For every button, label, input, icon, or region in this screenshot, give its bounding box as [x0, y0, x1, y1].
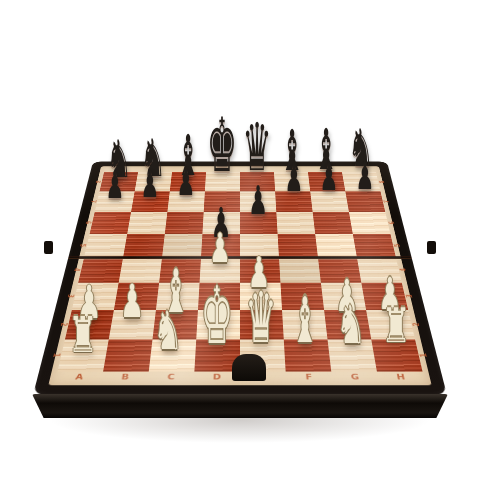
clasp-latch[interactable] [232, 354, 266, 381]
black-pawn-h7[interactable]: ♟ [356, 158, 375, 196]
white-rook-a1[interactable]: ♜ [68, 310, 98, 360]
white-pawn-d4[interactable]: ♟ [209, 228, 231, 269]
black-pawn-f7[interactable]: ♟ [285, 160, 304, 198]
black-pawn-a7[interactable]: ♟ [106, 167, 125, 205]
black-queen-e8[interactable]: ♛ [242, 114, 272, 180]
pieces-layer: ♞♞♝♚♛♝♝♞♟♟♟♟♟♟♟♟♟♟♟♟♝♟♟♜♞♚♛♝♞♜ [0, 0, 480, 480]
white-knight-g1[interactable]: ♞ [336, 298, 366, 351]
product-photo: ABCDEFGH 87654321 87654321 ♞♞♝♚♛♝♝♞♟♟♟♟♟… [0, 0, 480, 480]
black-pawn-c7[interactable]: ♟ [177, 164, 196, 202]
white-king-d1[interactable]: ♚ [201, 277, 233, 356]
black-pawn-e6[interactable]: ♟ [248, 181, 268, 221]
white-queen-e1[interactable]: ♛ [245, 284, 276, 354]
white-pawn-b2[interactable]: ♟ [120, 278, 144, 324]
white-rook-h1[interactable]: ♜ [382, 301, 411, 349]
black-pawn-b7[interactable]: ♟ [141, 166, 160, 204]
black-king-d8[interactable]: ♚ [207, 107, 237, 182]
white-bishop-f1[interactable]: ♝ [292, 289, 319, 352]
white-knight-c1[interactable]: ♞ [153, 304, 183, 357]
black-pawn-g7[interactable]: ♟ [320, 159, 339, 197]
